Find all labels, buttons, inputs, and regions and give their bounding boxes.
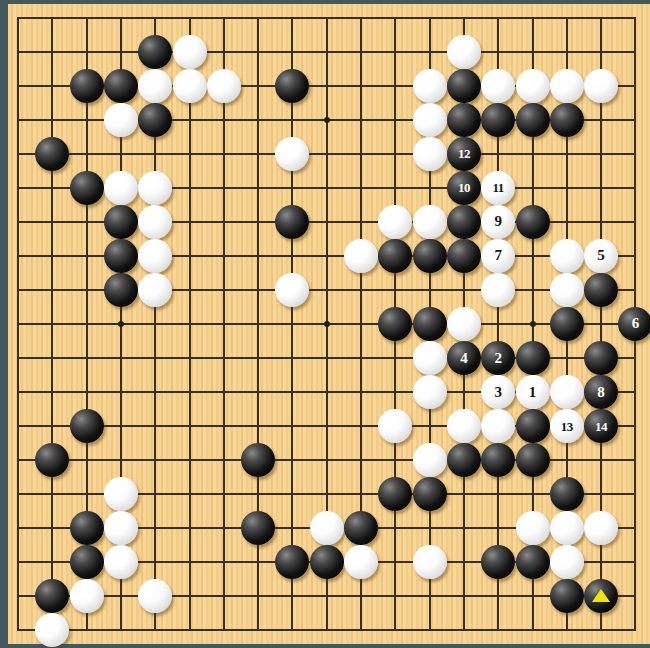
stone-white xyxy=(138,239,172,273)
stone-white: 13 xyxy=(550,409,584,443)
stone-black xyxy=(378,239,412,273)
stone-white xyxy=(447,409,481,443)
stone-white xyxy=(138,69,172,103)
stone-black xyxy=(138,103,172,137)
stone-white xyxy=(138,205,172,239)
stone-white xyxy=(173,69,207,103)
stone-black xyxy=(138,35,172,69)
stone-black: 8 xyxy=(584,375,618,409)
stone-black xyxy=(275,205,309,239)
stone-black xyxy=(275,69,309,103)
stone-black xyxy=(516,443,550,477)
stone-white xyxy=(104,511,138,545)
stone-black: 14 xyxy=(584,409,618,443)
stone-white xyxy=(584,511,618,545)
stone-white xyxy=(550,375,584,409)
stone-black xyxy=(481,545,515,579)
stone-black xyxy=(35,579,69,613)
move-number-label: 13 xyxy=(561,420,573,433)
stone-white xyxy=(378,409,412,443)
stone-white xyxy=(550,239,584,273)
stone-black xyxy=(447,205,481,239)
stone-white xyxy=(516,69,550,103)
stone-white: 5 xyxy=(584,239,618,273)
stone-white xyxy=(550,273,584,307)
stone-white xyxy=(584,69,618,103)
move-number-label: 3 xyxy=(494,385,502,400)
move-number-label: 1 xyxy=(529,385,537,400)
stone-black xyxy=(310,545,344,579)
stone-black xyxy=(447,69,481,103)
stone-black xyxy=(241,511,275,545)
stone-black xyxy=(344,511,378,545)
stone-black: 6 xyxy=(618,307,650,341)
stone-white xyxy=(413,545,447,579)
go-game-screenshot: 1210119756423181314 xyxy=(0,0,650,648)
stone-white xyxy=(35,613,69,647)
move-number-label: 5 xyxy=(597,248,605,263)
stone-white xyxy=(138,273,172,307)
stone-black xyxy=(584,273,618,307)
stone-white: 3 xyxy=(481,375,515,409)
move-number-label: 12 xyxy=(458,147,470,160)
stone-white xyxy=(138,579,172,613)
stone-black xyxy=(481,103,515,137)
stone-black xyxy=(584,341,618,375)
stone-black xyxy=(70,545,104,579)
triangle-last-move-marker xyxy=(592,589,610,602)
move-number-label: 10 xyxy=(458,181,470,194)
move-number-label: 6 xyxy=(632,316,640,331)
stone-black xyxy=(70,409,104,443)
stone-black xyxy=(550,103,584,137)
move-number-label: 2 xyxy=(494,351,502,366)
stone-white xyxy=(104,545,138,579)
stone-white: 9 xyxy=(481,205,515,239)
stone-white xyxy=(481,273,515,307)
stone-white xyxy=(104,477,138,511)
stone-black xyxy=(413,239,447,273)
stone-black xyxy=(104,69,138,103)
stone-white xyxy=(344,239,378,273)
stone-black: 4 xyxy=(447,341,481,375)
stone-white xyxy=(413,103,447,137)
move-number-label: 4 xyxy=(460,351,468,366)
stone-black xyxy=(447,443,481,477)
stone-black xyxy=(516,409,550,443)
stone-black xyxy=(413,477,447,511)
stone-black xyxy=(35,443,69,477)
stone-white xyxy=(413,137,447,171)
stone-black xyxy=(378,477,412,511)
stone-black xyxy=(241,443,275,477)
stone-white xyxy=(413,375,447,409)
stone-black xyxy=(70,69,104,103)
stone-white xyxy=(207,69,241,103)
stone-white xyxy=(516,511,550,545)
stone-white xyxy=(344,545,378,579)
stone-black xyxy=(550,579,584,613)
stone-white: 11 xyxy=(481,171,515,205)
move-number-label: 14 xyxy=(595,420,607,433)
stone-white: 1 xyxy=(516,375,550,409)
stone-black xyxy=(516,205,550,239)
stone-black xyxy=(550,477,584,511)
stone-white xyxy=(138,171,172,205)
stone-white xyxy=(275,137,309,171)
move-number-label: 7 xyxy=(494,248,502,263)
move-number-label: 11 xyxy=(493,181,504,194)
stone-white xyxy=(413,205,447,239)
stone-black xyxy=(516,341,550,375)
stone-black xyxy=(104,205,138,239)
stone-black xyxy=(550,307,584,341)
stone-white xyxy=(481,409,515,443)
stone-white xyxy=(413,69,447,103)
stone-white xyxy=(550,545,584,579)
stone-white xyxy=(173,35,207,69)
stone-black xyxy=(516,545,550,579)
stone-white xyxy=(550,511,584,545)
stone-white xyxy=(447,35,481,69)
stone-white xyxy=(481,69,515,103)
stone-black xyxy=(481,443,515,477)
stone-black xyxy=(35,137,69,171)
stone-black xyxy=(104,273,138,307)
stone-white xyxy=(447,307,481,341)
stone-black xyxy=(104,239,138,273)
stone-white xyxy=(310,511,344,545)
stone-black xyxy=(447,103,481,137)
stone-black xyxy=(275,545,309,579)
stone-black: 10 xyxy=(447,171,481,205)
stone-black xyxy=(447,239,481,273)
stone-white xyxy=(413,443,447,477)
stones-layer: 1210119756423181314 xyxy=(0,0,650,648)
stone-white xyxy=(275,273,309,307)
stone-white xyxy=(378,205,412,239)
stone-black: 12 xyxy=(447,137,481,171)
stone-white xyxy=(413,341,447,375)
stone-white xyxy=(70,579,104,613)
stone-black: 2 xyxy=(481,341,515,375)
stone-black xyxy=(70,511,104,545)
go-board[interactable]: 1210119756423181314 xyxy=(8,4,650,644)
stone-black xyxy=(70,171,104,205)
stone-white: 7 xyxy=(481,239,515,273)
stone-black xyxy=(378,307,412,341)
stone-black xyxy=(516,103,550,137)
stone-white xyxy=(550,69,584,103)
stone-white xyxy=(104,171,138,205)
stone-black xyxy=(584,579,618,613)
stone-white xyxy=(104,103,138,137)
move-number-label: 9 xyxy=(494,214,502,229)
move-number-label: 8 xyxy=(597,385,605,400)
stone-black xyxy=(413,307,447,341)
